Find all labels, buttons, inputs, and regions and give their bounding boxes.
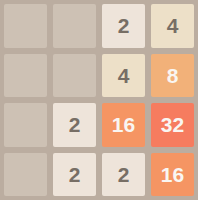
cell-r4c4: 16 (151, 153, 194, 197)
cell-r3c4: 32 (151, 103, 194, 147)
cell-r4c3: 2 (102, 153, 145, 197)
cell-r2c4: 8 (151, 54, 194, 98)
cell-r3c1 (4, 103, 47, 147)
cell-r4c1 (4, 153, 47, 197)
cell-r3c3: 16 (102, 103, 145, 147)
cell-r1c4: 4 (151, 4, 194, 48)
cell-r4c2: 2 (53, 153, 96, 197)
cell-r1c3: 2 (102, 4, 145, 48)
cell-r2c2 (53, 54, 96, 98)
cell-r1c2 (53, 4, 96, 48)
cell-r1c1 (4, 4, 47, 48)
cell-r2c1 (4, 54, 47, 98)
cell-r2c3: 4 (102, 54, 145, 98)
cell-r3c2: 2 (53, 103, 96, 147)
board[interactable]: 2 4 4 8 2 16 32 2 2 16 (0, 0, 198, 200)
